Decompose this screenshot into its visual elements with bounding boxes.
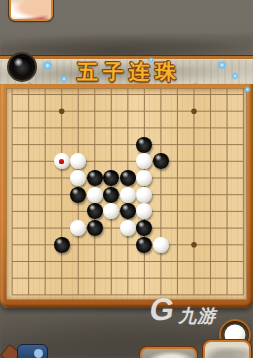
bottom-button-2[interactable] [203,340,251,358]
avatar-detail [34,349,43,358]
black-stone [103,187,119,203]
avatar-image [11,0,51,19]
white-stone [120,220,136,236]
jiuyou-logo-icon: G [148,295,176,325]
sparkle-icon [217,60,227,70]
sparkle-icon [60,75,68,83]
white-stone [54,153,70,169]
board-wood[interactable] [6,88,247,300]
white-stone [153,237,169,253]
page-title: 五子连珠 [0,59,253,85]
jiuyou-watermark: G 九游 [150,295,216,328]
white-stone [87,187,103,203]
jiuyou-watermark-text: 九游 [178,304,216,328]
black-stone-icon [12,57,32,77]
player-avatar-bottom[interactable] [0,338,50,358]
player-avatar-top[interactable] [9,0,53,21]
avatar-detail [17,344,48,358]
sparkle-icon [42,60,53,71]
game-screen: 五子连珠 G 九游 [0,0,253,358]
black-stone [87,170,103,186]
black-stone [120,170,136,186]
black-stone-indicator [7,52,37,82]
board-frame [0,84,253,308]
sparkle-icon [148,57,154,63]
black-stone [54,237,70,253]
last-move-marker [59,159,64,164]
white-stone [120,187,136,203]
black-stone [70,187,86,203]
bottom-button-1[interactable] [140,347,197,358]
black-stone [136,137,152,153]
sparkle-icon [244,86,251,93]
black-stone [87,220,103,236]
sparkle-icon [231,72,239,80]
white-stone [136,187,152,203]
